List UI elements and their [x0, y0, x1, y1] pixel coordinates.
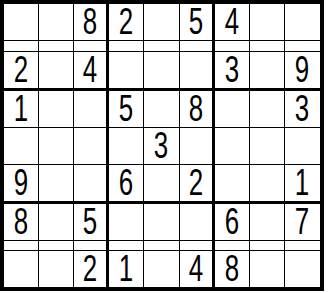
sudoku-cell[interactable] — [215, 91, 250, 128]
sudoku-cell[interactable] — [180, 128, 215, 165]
sudoku-cell[interactable] — [4, 251, 39, 287]
sudoku-cell[interactable] — [74, 91, 109, 128]
given-digit: 5 — [83, 204, 97, 240]
sudoku-cell[interactable]: 5 — [180, 4, 215, 41]
given-digit: 5 — [119, 91, 133, 127]
given-digit: 7 — [295, 204, 309, 240]
sudoku-cell[interactable]: 3 — [144, 128, 179, 165]
sudoku-cell[interactable] — [144, 41, 179, 52]
sudoku-cell[interactable] — [285, 4, 320, 41]
sudoku-cell[interactable] — [74, 128, 109, 165]
given-digit: 6 — [224, 204, 238, 240]
sudoku-cell[interactable] — [39, 91, 74, 128]
sudoku-cell[interactable]: 1 — [109, 251, 144, 287]
sudoku-cell[interactable] — [39, 4, 74, 41]
sudoku-cell[interactable] — [74, 165, 109, 204]
given-digit: 2 — [83, 251, 97, 287]
sudoku-cell[interactable] — [250, 241, 285, 252]
given-digit: 2 — [188, 165, 202, 201]
sudoku-cell[interactable] — [109, 128, 144, 165]
sudoku-cell[interactable] — [215, 128, 250, 165]
given-digit: 1 — [119, 251, 133, 287]
given-digit: 5 — [188, 4, 202, 40]
sudoku-cell[interactable]: 3 — [215, 52, 250, 91]
sudoku-cell[interactable] — [4, 241, 39, 252]
given-digit: 3 — [295, 91, 309, 127]
given-digit: 4 — [83, 52, 97, 88]
given-digit: 8 — [224, 251, 238, 287]
sudoku-cell[interactable]: 5 — [109, 91, 144, 128]
sudoku-cell[interactable]: 8 — [4, 204, 39, 241]
sudoku-cell[interactable]: 7 — [285, 204, 320, 241]
given-digit: 2 — [14, 52, 28, 88]
sudoku-cell[interactable] — [109, 41, 144, 52]
given-digit: 3 — [224, 52, 238, 88]
given-digit: 1 — [14, 91, 28, 127]
sudoku-cell[interactable] — [180, 52, 215, 91]
sudoku-cell[interactable] — [250, 204, 285, 241]
sudoku-cell[interactable]: 6 — [109, 165, 144, 204]
sudoku-cell[interactable] — [250, 251, 285, 287]
sudoku-cell[interactable] — [250, 52, 285, 91]
sudoku-cell[interactable]: 4 — [180, 251, 215, 287]
sudoku-cell[interactable] — [144, 91, 179, 128]
sudoku-cell[interactable]: 3 — [285, 91, 320, 128]
given-digit: 6 — [119, 165, 133, 201]
sudoku-cell[interactable] — [39, 52, 74, 91]
sudoku-cell[interactable] — [250, 91, 285, 128]
sudoku-cell[interactable] — [180, 204, 215, 241]
given-digit: 9 — [14, 165, 28, 201]
sudoku-cell[interactable]: 2 — [4, 52, 39, 91]
sudoku-cell[interactable] — [285, 251, 320, 287]
given-digit: 8 — [14, 204, 28, 240]
sudoku-cell[interactable]: 9 — [4, 165, 39, 204]
sudoku-cell[interactable]: 2 — [180, 165, 215, 204]
sudoku-cell[interactable] — [109, 52, 144, 91]
sudoku-cell[interactable]: 8 — [180, 91, 215, 128]
sudoku-cell[interactable]: 1 — [4, 91, 39, 128]
sudoku-cell[interactable]: 4 — [215, 4, 250, 41]
given-digit: 9 — [295, 52, 309, 88]
sudoku-cell[interactable] — [4, 128, 39, 165]
sudoku-cell[interactable] — [144, 4, 179, 41]
sudoku-cell[interactable]: 2 — [109, 4, 144, 41]
sudoku-cell[interactable] — [109, 204, 144, 241]
sudoku-cell[interactable] — [285, 241, 320, 252]
given-digit: 8 — [188, 91, 202, 127]
sudoku-cell[interactable] — [215, 165, 250, 204]
given-digit: 2 — [119, 4, 133, 40]
given-digit: 4 — [188, 251, 202, 287]
sudoku-cell[interactable] — [144, 204, 179, 241]
sudoku-cell[interactable]: 8 — [215, 251, 250, 287]
sudoku-cell[interactable] — [39, 241, 74, 252]
sudoku-cell[interactable] — [250, 128, 285, 165]
sudoku-cell[interactable] — [250, 165, 285, 204]
sudoku-cell[interactable]: 6 — [215, 204, 250, 241]
sudoku-cell[interactable] — [144, 165, 179, 204]
sudoku-board: 8254243915833962185672148 — [0, 0, 324, 291]
sudoku-cell[interactable] — [39, 204, 74, 241]
sudoku-cell[interactable]: 5 — [74, 204, 109, 241]
sudoku-cell[interactable] — [39, 41, 74, 52]
sudoku-cell[interactable]: 1 — [285, 165, 320, 204]
sudoku-cell[interactable] — [144, 52, 179, 91]
sudoku-cell[interactable] — [144, 251, 179, 287]
sudoku-cell[interactable]: 8 — [74, 4, 109, 41]
sudoku-cell[interactable] — [180, 41, 215, 52]
sudoku-cell[interactable] — [4, 4, 39, 41]
sudoku-cell[interactable] — [39, 251, 74, 287]
sudoku-cell[interactable]: 4 — [74, 52, 109, 91]
sudoku-cell[interactable] — [250, 4, 285, 41]
sudoku-cell[interactable] — [39, 165, 74, 204]
given-digit: 3 — [154, 128, 168, 164]
sudoku-cell[interactable] — [39, 128, 74, 165]
sudoku-cell[interactable] — [144, 241, 179, 252]
sudoku-cell[interactable] — [250, 41, 285, 52]
given-digit: 4 — [224, 4, 238, 40]
sudoku-cell[interactable]: 2 — [74, 251, 109, 287]
sudoku-cell[interactable] — [285, 128, 320, 165]
given-digit: 8 — [83, 4, 97, 40]
given-digit: 1 — [295, 165, 309, 201]
sudoku-cell[interactable]: 9 — [285, 52, 320, 91]
